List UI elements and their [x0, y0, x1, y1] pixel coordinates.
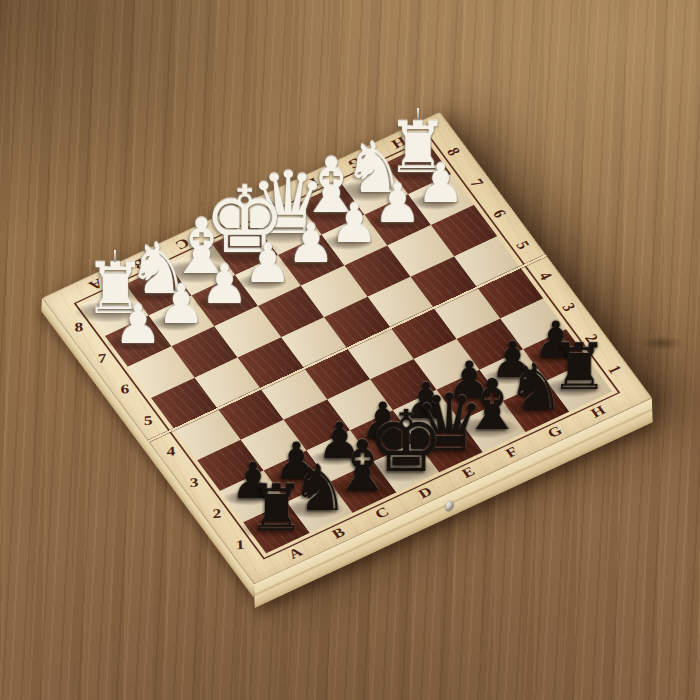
white-pawn-glyph: ♟	[157, 278, 205, 332]
black-rook-glyph: ♜	[248, 476, 305, 540]
rook-metal-pin	[114, 250, 116, 262]
rook-metal-pin	[417, 108, 419, 120]
white-pawn-glyph: ♟	[373, 177, 421, 231]
white-pawn-glyph: ♟	[114, 298, 162, 352]
pieces-layer: ♜♞♝♚♛♝♞♜♟♟♟♟♟♟♟♟♟♟♟♟♟♟♟♟♜♞♝♚♛♝♞♜	[0, 0, 700, 700]
white-pawn-glyph: ♟	[330, 197, 378, 251]
white-pawn-glyph: ♟	[244, 237, 292, 291]
photo-scene: { "game": "chess", "scene": { "descripti…	[0, 0, 700, 700]
white-pawn-glyph: ♟	[417, 156, 465, 210]
white-pawn-glyph: ♟	[287, 217, 335, 271]
white-pawn-glyph: ♟	[200, 257, 248, 311]
